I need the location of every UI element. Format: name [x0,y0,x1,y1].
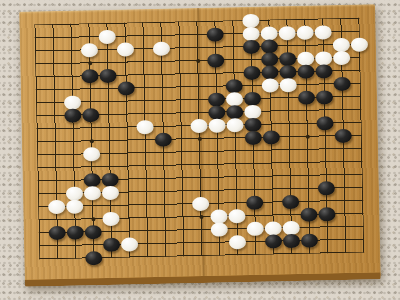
photo-background-floor [0,0,400,300]
stone-black[interactable] [335,128,352,142]
go-board[interactable] [19,4,381,286]
stone-white[interactable] [283,220,300,234]
stone-white[interactable] [211,222,228,236]
stone-white[interactable] [66,186,83,200]
stone-white[interactable] [315,51,332,65]
stone-black[interactable] [318,207,335,221]
stone-white[interactable] [136,119,153,133]
stone-black[interactable] [279,64,296,78]
stone-black[interactable] [99,68,116,82]
board-grid[interactable] [34,18,364,260]
stone-white[interactable] [247,221,264,235]
stone-white[interactable] [121,237,138,251]
stone-black[interactable] [263,130,280,144]
stone-black[interactable] [282,194,299,208]
stone-black[interactable] [315,64,332,78]
stone-white[interactable] [48,199,65,213]
stone-white[interactable] [102,185,119,199]
stone-black[interactable] [244,117,261,131]
stone-black[interactable] [208,105,225,119]
stone-black[interactable] [283,233,300,247]
stone-white[interactable] [192,196,209,210]
stone-black[interactable] [243,65,260,79]
stone-white[interactable] [226,118,243,132]
stone-white[interactable] [153,41,170,55]
stone-black[interactable] [67,225,84,239]
stone-black[interactable] [49,225,66,239]
stone-white[interactable] [66,199,83,213]
stone-white[interactable] [262,78,279,92]
stone-white[interactable] [102,211,119,225]
stone-black[interactable] [82,108,99,122]
stone-black[interactable] [81,69,98,83]
stone-black[interactable] [207,27,224,41]
stone-black[interactable] [297,64,314,78]
stone-white[interactable] [243,26,260,40]
stone-white[interactable] [208,118,225,132]
stone-black[interactable] [316,90,333,104]
stone-white[interactable] [351,37,368,51]
star-point [88,61,92,65]
stone-black[interactable] [103,237,120,251]
stone-black[interactable] [207,53,224,67]
stone-black[interactable] [298,90,315,104]
stone-black[interactable] [102,172,119,186]
stone-white[interactable] [83,147,100,161]
stone-black[interactable] [261,39,278,53]
stone-black[interactable] [208,92,225,106]
stone-black[interactable] [85,251,102,265]
stone-white[interactable] [280,77,297,91]
stone-white[interactable] [265,221,282,235]
stone-white[interactable] [333,50,350,64]
stone-black[interactable] [279,51,296,65]
stone-black[interactable] [316,116,333,130]
stone-black[interactable] [261,52,278,66]
stone-white[interactable] [261,26,278,40]
stone-white[interactable] [279,25,296,39]
star-point [199,214,203,218]
stone-black[interactable] [243,39,260,53]
stone-black[interactable] [64,108,81,122]
stone-white[interactable] [315,25,332,39]
stone-white[interactable] [117,42,134,56]
stone-white[interactable] [81,43,98,57]
stone-black[interactable] [300,207,317,221]
stone-black[interactable] [318,181,335,195]
stone-black[interactable] [244,91,261,105]
stone-white[interactable] [244,104,261,118]
stone-black[interactable] [301,233,318,247]
stone-white[interactable] [99,29,116,43]
stone-black[interactable] [245,130,262,144]
stone-black[interactable] [265,234,282,248]
stone-white[interactable] [297,51,314,65]
stone-black[interactable] [84,173,101,187]
stone-white[interactable] [229,235,246,249]
star-point [91,217,95,221]
stone-white[interactable] [297,25,314,39]
star-point [89,139,93,143]
stone-black[interactable] [246,195,263,209]
star-point [197,136,201,140]
stone-white[interactable] [84,186,101,200]
stone-black[interactable] [155,132,172,146]
stone-white[interactable] [64,95,81,109]
stone-white[interactable] [242,13,259,27]
stone-black[interactable] [226,79,243,93]
star-point [196,58,200,62]
stone-white[interactable] [210,209,227,223]
stone-white[interactable] [228,209,245,223]
stone-black[interactable] [226,105,243,119]
stone-black[interactable] [85,225,102,239]
stone-white[interactable] [190,118,207,132]
stone-white[interactable] [333,37,350,51]
star-point [305,134,309,138]
stone-black[interactable] [334,76,351,90]
stone-white[interactable] [226,92,243,106]
stone-black[interactable] [118,81,135,95]
stone-black[interactable] [261,65,278,79]
